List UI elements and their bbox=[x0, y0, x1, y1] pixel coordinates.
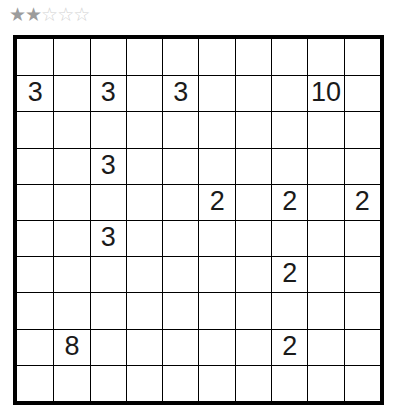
grid-cell-r2c9[interactable] bbox=[344, 111, 380, 147]
grid-cell-r9c4[interactable] bbox=[162, 365, 198, 401]
grid-cell-r6c9[interactable] bbox=[344, 256, 380, 292]
grid-cell-r9c0[interactable] bbox=[17, 365, 53, 401]
grid-cell-r7c2[interactable] bbox=[90, 292, 126, 328]
grid-cell-r7c3[interactable] bbox=[126, 292, 162, 328]
grid-cell-r5c3[interactable] bbox=[126, 220, 162, 256]
grid-cell-r1c2[interactable]: 3 bbox=[90, 75, 126, 111]
difficulty-rating: ★ ★ ☆ ☆ ☆ bbox=[9, 1, 89, 27]
grid-cell-r5c4[interactable] bbox=[162, 220, 198, 256]
grid-cell-r5c8[interactable] bbox=[307, 220, 343, 256]
star-empty-icon: ☆ bbox=[41, 3, 57, 25]
grid-cell-r1c0[interactable]: 3 bbox=[17, 75, 53, 111]
grid-cell-r5c9[interactable] bbox=[344, 220, 380, 256]
grid-cell-r7c7[interactable] bbox=[271, 292, 307, 328]
grid-cell-r4c0[interactable] bbox=[17, 184, 53, 220]
grid-cell-r6c3[interactable] bbox=[126, 256, 162, 292]
grid-cell-r2c7[interactable] bbox=[271, 111, 307, 147]
grid-cell-r1c4[interactable]: 3 bbox=[162, 75, 198, 111]
grid-cell-r9c6[interactable] bbox=[235, 365, 271, 401]
grid-cell-r5c1[interactable] bbox=[53, 220, 89, 256]
grid-cell-r9c3[interactable] bbox=[126, 365, 162, 401]
grid-cell-r4c7[interactable]: 2 bbox=[271, 184, 307, 220]
grid-cell-r6c7[interactable]: 2 bbox=[271, 256, 307, 292]
clue-number: 8 bbox=[64, 333, 79, 360]
grid-cell-r1c1[interactable] bbox=[53, 75, 89, 111]
grid-cell-r9c1[interactable] bbox=[53, 365, 89, 401]
star-filled-icon: ★ bbox=[25, 3, 41, 25]
clue-number: 3 bbox=[101, 152, 116, 179]
grid-cell-r1c7[interactable] bbox=[271, 75, 307, 111]
grid-cell-r0c7[interactable] bbox=[271, 39, 307, 75]
clue-number: 2 bbox=[210, 188, 225, 215]
grid-cell-r6c1[interactable] bbox=[53, 256, 89, 292]
clue-number: 2 bbox=[282, 333, 297, 360]
grid-cell-r3c8[interactable] bbox=[307, 148, 343, 184]
grid-cell-r2c4[interactable] bbox=[162, 111, 198, 147]
grid-cell-r4c9[interactable]: 2 bbox=[344, 184, 380, 220]
grid-cell-r1c6[interactable] bbox=[235, 75, 271, 111]
clue-number: 2 bbox=[282, 188, 297, 215]
grid-cell-r3c3[interactable] bbox=[126, 148, 162, 184]
clue-number: 3 bbox=[101, 224, 116, 251]
star-empty-icon: ☆ bbox=[73, 3, 89, 25]
grid-cell-r0c3[interactable] bbox=[126, 39, 162, 75]
grid-cell-r4c2[interactable] bbox=[90, 184, 126, 220]
grid-cell-r3c9[interactable] bbox=[344, 148, 380, 184]
grid-cell-r6c6[interactable] bbox=[235, 256, 271, 292]
grid-cell-r5c6[interactable] bbox=[235, 220, 271, 256]
grid-cell-r3c7[interactable] bbox=[271, 148, 307, 184]
grid-cell-r6c0[interactable] bbox=[17, 256, 53, 292]
star-empty-icon: ☆ bbox=[57, 3, 73, 25]
grid-cell-r8c4[interactable] bbox=[162, 329, 198, 365]
grid-cell-r0c6[interactable] bbox=[235, 39, 271, 75]
grid-cell-r2c2[interactable] bbox=[90, 111, 126, 147]
grid-cell-r3c0[interactable] bbox=[17, 148, 53, 184]
grid-cell-r4c1[interactable] bbox=[53, 184, 89, 220]
grid-cell-r6c2[interactable] bbox=[90, 256, 126, 292]
grid-cell-r0c1[interactable] bbox=[53, 39, 89, 75]
grid-cell-r8c0[interactable] bbox=[17, 329, 53, 365]
clue-number: 3 bbox=[101, 79, 116, 106]
grid-cell-r6c5[interactable] bbox=[198, 256, 234, 292]
grid-cell-r8c7[interactable]: 2 bbox=[271, 329, 307, 365]
grid-cell-r9c5[interactable] bbox=[198, 365, 234, 401]
grid-cell-r3c1[interactable] bbox=[53, 148, 89, 184]
grid-cell-r4c6[interactable] bbox=[235, 184, 271, 220]
grid-cell-r6c4[interactable] bbox=[162, 256, 198, 292]
grid-cell-r9c8[interactable] bbox=[307, 365, 343, 401]
grid-cell-r0c9[interactable] bbox=[344, 39, 380, 75]
grid-cell-r1c3[interactable] bbox=[126, 75, 162, 111]
grid-cell-r0c8[interactable] bbox=[307, 39, 343, 75]
grid-cell-r2c1[interactable] bbox=[53, 111, 89, 147]
grid-cell-r7c4[interactable] bbox=[162, 292, 198, 328]
grid-cell-r7c1[interactable] bbox=[53, 292, 89, 328]
grid-cell-r0c4[interactable] bbox=[162, 39, 198, 75]
grid-cell-r1c5[interactable] bbox=[198, 75, 234, 111]
puzzle-page: ★ ★ ☆ ☆ ☆ 3331032223282 bbox=[0, 0, 394, 412]
star-filled-icon: ★ bbox=[9, 3, 25, 25]
grid-cell-r8c5[interactable] bbox=[198, 329, 234, 365]
grid-cell-r7c9[interactable] bbox=[344, 292, 380, 328]
grid-cell-r2c6[interactable] bbox=[235, 111, 271, 147]
grid-cell-r5c0[interactable] bbox=[17, 220, 53, 256]
grid-cell-r0c0[interactable] bbox=[17, 39, 53, 75]
clue-number: 10 bbox=[311, 79, 341, 106]
grid-cell-r5c2[interactable]: 3 bbox=[90, 220, 126, 256]
grid-cell-r8c6[interactable] bbox=[235, 329, 271, 365]
grid-cell-r4c8[interactable] bbox=[307, 184, 343, 220]
grid-cell-r5c5[interactable] bbox=[198, 220, 234, 256]
grid-cell-r4c5[interactable]: 2 bbox=[198, 184, 234, 220]
grid-cell-r6c8[interactable] bbox=[307, 256, 343, 292]
grid-cell-r7c8[interactable] bbox=[307, 292, 343, 328]
grid-cell-r7c0[interactable] bbox=[17, 292, 53, 328]
grid-cell-r4c3[interactable] bbox=[126, 184, 162, 220]
grid-cell-r2c8[interactable] bbox=[307, 111, 343, 147]
clue-number: 2 bbox=[355, 188, 370, 215]
grid-cell-r9c7[interactable] bbox=[271, 365, 307, 401]
grid-cell-r2c5[interactable] bbox=[198, 111, 234, 147]
grid-cell-r9c9[interactable] bbox=[344, 365, 380, 401]
clue-number: 3 bbox=[173, 79, 188, 106]
grid-cell-r8c3[interactable] bbox=[126, 329, 162, 365]
grid-cell-r8c1[interactable]: 8 bbox=[53, 329, 89, 365]
grid-cell-r7c6[interactable] bbox=[235, 292, 271, 328]
grid-cell-r3c2[interactable]: 3 bbox=[90, 148, 126, 184]
clue-number: 2 bbox=[282, 260, 297, 287]
grid-cell-r0c5[interactable] bbox=[198, 39, 234, 75]
grid-cell-r0c2[interactable] bbox=[90, 39, 126, 75]
grid-cell-r8c9[interactable] bbox=[344, 329, 380, 365]
grid-cell-r1c8[interactable]: 10 bbox=[307, 75, 343, 111]
puzzle-board: 3331032223282 bbox=[13, 35, 384, 405]
grid-cell-r2c0[interactable] bbox=[17, 111, 53, 147]
clue-number: 3 bbox=[28, 79, 43, 106]
grid-cell-r2c3[interactable] bbox=[126, 111, 162, 147]
grid-cell-r5c7[interactable] bbox=[271, 220, 307, 256]
grid-cell-r4c4[interactable] bbox=[162, 184, 198, 220]
grid-cell-r7c5[interactable] bbox=[198, 292, 234, 328]
grid-cell-r1c9[interactable] bbox=[344, 75, 380, 111]
grid-cell-r3c6[interactable] bbox=[235, 148, 271, 184]
grid-cell-r8c2[interactable] bbox=[90, 329, 126, 365]
grid-cell-r3c5[interactable] bbox=[198, 148, 234, 184]
grid-cell-r3c4[interactable] bbox=[162, 148, 198, 184]
grid-cell-r8c8[interactable] bbox=[307, 329, 343, 365]
grid-cell-r9c2[interactable] bbox=[90, 365, 126, 401]
